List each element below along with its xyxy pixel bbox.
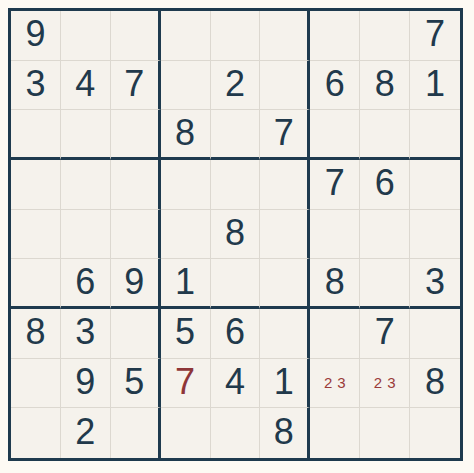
cell-r3c4[interactable]: 8 [161,110,211,160]
cell-r5c3[interactable] [111,210,161,260]
cell-r4c7[interactable]: 7 [310,160,360,210]
cell-r5c4[interactable] [161,210,211,260]
cell-r2c4[interactable] [161,61,211,111]
cell-r1c3[interactable] [111,11,161,61]
cell-r8c9[interactable]: 8 [410,359,460,409]
cell-r1c5[interactable] [211,11,261,61]
given-digit: 3 [425,264,445,300]
cell-r3c8[interactable] [360,110,410,160]
cell-r6c7[interactable]: 8 [310,259,360,309]
cell-r5c9[interactable] [410,210,460,260]
given-digit: 8 [25,314,45,350]
given-digit: 7 [375,314,395,350]
cell-r8c2[interactable]: 9 [61,359,111,409]
cell-r7c7[interactable] [310,309,360,359]
given-digit: 8 [274,414,294,450]
cell-r9c5[interactable] [211,408,261,458]
cell-r1c8[interactable] [360,11,410,61]
cell-r9c6[interactable]: 8 [260,408,310,458]
cell-r2c9[interactable]: 1 [410,61,460,111]
cell-r4c6[interactable] [260,160,310,210]
pencil-marks: 23 [374,375,401,390]
given-digit: 6 [75,264,95,300]
cell-r9c8[interactable] [360,408,410,458]
cell-r7c4[interactable]: 5 [161,309,211,359]
cell-r2c6[interactable] [260,61,310,111]
cell-r1c6[interactable] [260,11,310,61]
cell-r7c3[interactable] [111,309,161,359]
cell-r3c9[interactable] [410,110,460,160]
cell-r9c7[interactable] [310,408,360,458]
cell-r8c3[interactable]: 5 [111,359,161,409]
cell-r7c8[interactable]: 7 [360,309,410,359]
cell-r3c6[interactable]: 7 [260,110,310,160]
cell-r6c3[interactable]: 9 [111,259,161,309]
cell-r7c6[interactable] [260,309,310,359]
cell-r2c1[interactable]: 3 [11,61,61,111]
given-digit: 2 [75,414,95,450]
cell-r8c8[interactable]: 23 [360,359,410,409]
given-digit: 7 [124,66,144,102]
cell-r4c4[interactable] [161,160,211,210]
cell-r9c2[interactable]: 2 [61,408,111,458]
cell-r8c5[interactable]: 4 [211,359,261,409]
cell-r3c7[interactable] [310,110,360,160]
given-digit: 4 [225,364,245,400]
given-digit: 8 [425,364,445,400]
cell-r1c4[interactable] [161,11,211,61]
cell-r1c7[interactable] [310,11,360,61]
cell-r4c9[interactable] [410,160,460,210]
cell-r2c5[interactable]: 2 [211,61,261,111]
given-digit: 5 [124,364,144,400]
cell-r6c8[interactable] [360,259,410,309]
cell-r4c3[interactable] [111,160,161,210]
given-digit: 3 [75,314,95,350]
cell-r2c8[interactable]: 8 [360,61,410,111]
cell-r6c6[interactable] [260,259,310,309]
cell-r7c5[interactable]: 6 [211,309,261,359]
given-digit: 9 [25,16,45,52]
cell-r2c3[interactable]: 7 [111,61,161,111]
cell-r9c9[interactable] [410,408,460,458]
cell-r9c1[interactable] [11,408,61,458]
cell-r4c5[interactable] [211,160,261,210]
given-digit: 5 [175,314,195,350]
cell-r4c8[interactable]: 6 [360,160,410,210]
cell-r4c1[interactable] [11,160,61,210]
given-digit: 1 [425,66,445,102]
given-digit: 9 [75,364,95,400]
cell-r1c9[interactable]: 7 [410,11,460,61]
given-digit: 4 [75,66,95,102]
cell-r6c5[interactable] [211,259,261,309]
given-digit: 3 [25,66,45,102]
cell-r2c7[interactable]: 6 [310,61,360,111]
given-digit: 6 [375,165,395,201]
given-digit: 7 [325,165,345,201]
given-digit: 6 [225,314,245,350]
cell-r8c1[interactable] [11,359,61,409]
cell-r1c2[interactable] [61,11,111,61]
cell-r7c2[interactable]: 3 [61,309,111,359]
cell-r8c6[interactable]: 1 [260,359,310,409]
cell-r9c4[interactable] [161,408,211,458]
cell-r9c3[interactable] [111,408,161,458]
pencil-marks: 23 [324,375,351,390]
sudoku-board: 973472681877686918383567957412323828 [8,8,463,461]
given-digit: 1 [274,364,294,400]
cell-r5c6[interactable] [260,210,310,260]
given-digit: 7 [274,115,294,151]
cell-r6c1[interactable] [11,259,61,309]
cell-r3c3[interactable] [111,110,161,160]
cell-r5c2[interactable] [61,210,111,260]
given-digit: 8 [375,66,395,102]
given-digit: 1 [175,264,195,300]
cell-r5c1[interactable] [11,210,61,260]
cell-r1c1[interactable]: 9 [11,11,61,61]
user-digit: 7 [175,364,195,400]
cell-r8c4[interactable]: 7 [161,359,211,409]
cell-r6c9[interactable]: 3 [410,259,460,309]
cell-r8c7[interactable]: 23 [310,359,360,409]
cell-r5c8[interactable] [360,210,410,260]
given-digit: 6 [325,66,345,102]
cell-r5c7[interactable] [310,210,360,260]
cell-r3c5[interactable] [211,110,261,160]
cell-r7c1[interactable]: 8 [11,309,61,359]
cell-r4c2[interactable] [61,160,111,210]
given-digit: 2 [225,66,245,102]
given-digit: 9 [124,264,144,300]
cell-r2c2[interactable]: 4 [61,61,111,111]
cell-r6c2[interactable]: 6 [61,259,111,309]
given-digit: 8 [175,115,195,151]
cell-r3c1[interactable] [11,110,61,160]
given-digit: 7 [425,16,445,52]
given-digit: 8 [225,215,245,251]
given-digit: 8 [325,264,345,300]
cell-r6c4[interactable]: 1 [161,259,211,309]
cell-r7c9[interactable] [410,309,460,359]
cell-r3c2[interactable] [61,110,111,160]
cell-r5c5[interactable]: 8 [211,210,261,260]
